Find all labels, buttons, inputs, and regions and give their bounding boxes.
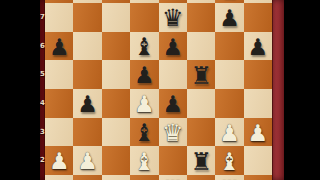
square-b3[interactable]: [73, 118, 101, 147]
square-c2[interactable]: [102, 146, 130, 175]
square-a6[interactable]: ♟: [45, 32, 73, 61]
square-g7[interactable]: ♟: [215, 3, 243, 32]
square-d2[interactable]: ♝: [130, 146, 158, 175]
piece-black-rook-f5[interactable]: ♜: [190, 64, 212, 88]
square-a1[interactable]: [45, 175, 73, 180]
piece-black-pawn-e6[interactable]: ♟: [162, 36, 183, 59]
piece-black-pawn-g7[interactable]: ♟: [219, 7, 240, 30]
piece-white-king-h1[interactable]: ♚: [247, 178, 269, 180]
rank-label-4: 4: [40, 99, 45, 107]
square-b4[interactable]: ♟: [73, 89, 101, 118]
piece-black-bishop-d3[interactable]: ♝: [134, 121, 156, 145]
square-a7[interactable]: [45, 3, 73, 32]
rank-label-6: 6: [40, 42, 45, 50]
square-d4[interactable]: ♟: [130, 89, 158, 118]
piece-white-pawn-h3[interactable]: ♟: [248, 122, 269, 145]
square-g5[interactable]: [215, 60, 243, 89]
square-d5[interactable]: ♟: [130, 60, 158, 89]
square-d3[interactable]: ♝: [130, 118, 158, 147]
chess-board: ♚♛♟♟♝♟♟♟♜♟♟♟♝♛♟♟♟♟♝♜♝♞♜♜♚: [45, 0, 272, 180]
piece-white-queen-e3[interactable]: ♛: [162, 121, 184, 145]
square-a2[interactable]: ♟: [45, 146, 73, 175]
piece-white-pawn-d4[interactable]: ♟: [134, 93, 155, 116]
square-e2[interactable]: [159, 146, 187, 175]
square-c6[interactable]: [102, 32, 130, 61]
square-b2[interactable]: ♟: [73, 146, 101, 175]
square-e7[interactable]: ♛: [159, 3, 187, 32]
square-e3[interactable]: ♛: [159, 118, 187, 147]
square-c7[interactable]: [102, 3, 130, 32]
square-f2[interactable]: ♜: [187, 146, 215, 175]
piece-black-pawn-e4[interactable]: ♟: [162, 93, 183, 116]
square-f5[interactable]: ♜: [187, 60, 215, 89]
piece-white-pawn-b2[interactable]: ♟: [77, 150, 98, 173]
square-g6[interactable]: [215, 32, 243, 61]
piece-white-pawn-g3[interactable]: ♟: [219, 122, 240, 145]
square-f4[interactable]: [187, 89, 215, 118]
square-c3[interactable]: [102, 118, 130, 147]
piece-black-queen-e7[interactable]: ♛: [162, 6, 184, 30]
square-a5[interactable]: [45, 60, 73, 89]
square-b7[interactable]: [73, 3, 101, 32]
letterbox-left: [0, 0, 40, 180]
square-h5[interactable]: [244, 60, 272, 89]
square-h4[interactable]: [244, 89, 272, 118]
letterbox-right: [284, 0, 320, 180]
square-e1[interactable]: ♜: [159, 175, 187, 180]
square-g3[interactable]: ♟: [215, 118, 243, 147]
square-e4[interactable]: ♟: [159, 89, 187, 118]
square-c5[interactable]: [102, 60, 130, 89]
square-b1[interactable]: ♞: [73, 175, 101, 180]
piece-black-king-g8[interactable]: ♚: [219, 0, 241, 2]
square-c4[interactable]: [102, 89, 130, 118]
piece-black-pawn-h6[interactable]: ♟: [248, 36, 269, 59]
square-f6[interactable]: [187, 32, 215, 61]
square-f3[interactable]: [187, 118, 215, 147]
square-a3[interactable]: [45, 118, 73, 147]
piece-black-rook-f2[interactable]: ♜: [190, 150, 212, 174]
rank-label-5: 5: [40, 70, 45, 78]
square-g1[interactable]: ♜: [215, 175, 243, 180]
piece-white-rook-e1[interactable]: ♜: [162, 178, 184, 180]
square-h1[interactable]: ♚: [244, 175, 272, 180]
square-a4[interactable]: [45, 89, 73, 118]
square-g4[interactable]: [215, 89, 243, 118]
square-f1[interactable]: [187, 175, 215, 180]
square-h7[interactable]: [244, 3, 272, 32]
square-c1[interactable]: [102, 175, 130, 180]
square-d7[interactable]: [130, 3, 158, 32]
square-h6[interactable]: ♟: [244, 32, 272, 61]
square-f7[interactable]: [187, 3, 215, 32]
piece-white-bishop-d2[interactable]: ♝: [134, 150, 156, 174]
piece-white-bishop-g2[interactable]: ♝: [219, 150, 241, 174]
board-frame: ♚♛♟♟♝♟♟♟♜♟♟♟♝♛♟♟♟♟♝♜♝♞♜♜♚ 765432: [40, 0, 284, 180]
square-h3[interactable]: ♟: [244, 118, 272, 147]
square-d6[interactable]: ♝: [130, 32, 158, 61]
video-frame: ♚♛♟♟♝♟♟♟♜♟♟♟♝♛♟♟♟♟♝♜♝♞♜♜♚ 765432: [0, 0, 320, 180]
piece-white-rook-g1[interactable]: ♜: [219, 178, 241, 180]
square-g2[interactable]: ♝: [215, 146, 243, 175]
rank-label-7: 7: [40, 13, 45, 21]
square-b5[interactable]: [73, 60, 101, 89]
square-e5[interactable]: [159, 60, 187, 89]
rank-label-3: 3: [40, 128, 45, 136]
piece-black-pawn-b4[interactable]: ♟: [77, 93, 98, 116]
square-e6[interactable]: ♟: [159, 32, 187, 61]
square-d1[interactable]: [130, 175, 158, 180]
rank-label-2: 2: [40, 156, 45, 164]
piece-white-pawn-a2[interactable]: ♟: [49, 150, 70, 173]
square-h2[interactable]: [244, 146, 272, 175]
piece-black-pawn-a6[interactable]: ♟: [49, 36, 70, 59]
piece-black-bishop-d6[interactable]: ♝: [134, 35, 156, 59]
piece-black-pawn-d5[interactable]: ♟: [134, 64, 155, 87]
piece-white-knight-b1[interactable]: ♞: [77, 178, 99, 180]
square-b6[interactable]: [73, 32, 101, 61]
